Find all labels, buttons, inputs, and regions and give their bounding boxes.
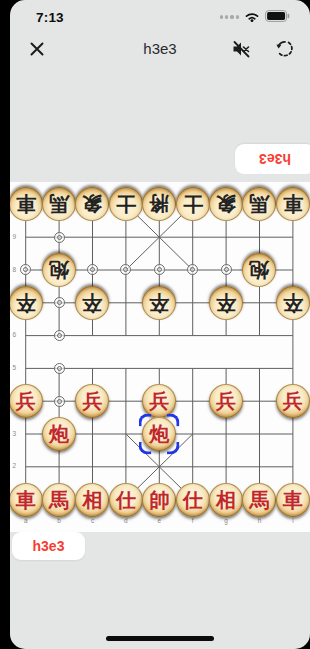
move-hint-marker-d8[interactable]	[120, 264, 131, 275]
piece-red-c1[interactable]: 相	[75, 483, 109, 517]
piece-black-f10[interactable]: 士	[176, 187, 210, 221]
move-hint-marker-b5[interactable]	[54, 363, 65, 374]
point-g9[interactable]	[209, 221, 242, 254]
board-grid: 車馬象士將士象馬車炮炮卒卒卒卒卒兵兵兵兵兵炮炮車馬相仕帥仕相馬車	[10, 188, 310, 516]
piece-black-e7[interactable]: 卒	[142, 286, 176, 320]
piece-black-g10[interactable]: 象	[209, 187, 243, 221]
piece-black-a10[interactable]: 車	[10, 187, 43, 221]
point-a6[interactable]	[10, 319, 42, 352]
point-c2[interactable]	[76, 450, 109, 483]
piece-red-i4[interactable]: 兵	[276, 384, 310, 418]
piece-black-b10[interactable]: 馬	[42, 187, 76, 221]
piece-red-e1[interactable]: 帥	[142, 483, 176, 517]
mute-button[interactable]	[230, 38, 252, 60]
piece-red-a4[interactable]: 兵	[10, 384, 43, 418]
move-hint-marker-e8[interactable]	[154, 264, 165, 275]
piece-black-b8[interactable]: 炮	[42, 253, 76, 287]
svg-text:f: f	[192, 517, 194, 524]
piece-red-c4[interactable]: 兵	[75, 384, 109, 418]
move-hint-marker-f8[interactable]	[187, 264, 198, 275]
point-d9[interactable]	[109, 221, 142, 254]
point-f4[interactable]	[176, 385, 209, 418]
piece-black-h10[interactable]: 馬	[242, 187, 276, 221]
point-b4[interactable]	[42, 385, 75, 418]
cellular-signal-icon	[220, 15, 239, 18]
point-c8[interactable]	[76, 254, 109, 287]
point-c6[interactable]	[76, 319, 109, 352]
point-e4[interactable]: 兵	[143, 385, 176, 418]
speaker-muted-icon	[230, 48, 252, 63]
point-f5[interactable]	[176, 352, 209, 385]
svg-text:c: c	[91, 517, 95, 524]
point-g7[interactable]: 卒	[209, 286, 242, 319]
point-f9[interactable]	[176, 221, 209, 254]
point-e1[interactable]: 帥	[143, 483, 176, 516]
player-move-bubble: h3e3	[12, 532, 85, 560]
point-h8[interactable]: 炮	[243, 254, 276, 287]
point-b7[interactable]	[42, 286, 75, 319]
point-h7[interactable]	[243, 286, 276, 319]
move-hint-marker-b9[interactable]	[54, 232, 65, 243]
point-f2[interactable]	[176, 450, 209, 483]
point-g4[interactable]: 兵	[209, 385, 242, 418]
point-f1[interactable]: 仕	[176, 483, 209, 516]
piece-black-d10[interactable]: 士	[109, 187, 143, 221]
move-hint-marker-g8[interactable]	[221, 264, 232, 275]
point-b3[interactable]: 炮	[42, 418, 75, 451]
piece-red-a1[interactable]: 車	[10, 483, 43, 517]
status-bar: 7:13	[10, 0, 310, 32]
point-b1[interactable]: 馬	[42, 483, 75, 516]
point-g3[interactable]	[209, 418, 242, 451]
point-e9[interactable]	[143, 221, 176, 254]
point-c3[interactable]	[76, 418, 109, 451]
point-e8[interactable]	[143, 254, 176, 287]
point-i7[interactable]: 卒	[276, 286, 309, 319]
point-i3[interactable]	[276, 418, 309, 451]
piece-black-c7[interactable]: 卒	[75, 286, 109, 320]
move-hint-marker-b6[interactable]	[54, 330, 65, 341]
point-a1[interactable]: 車	[10, 483, 42, 516]
piece-red-e4[interactable]: 兵	[142, 384, 176, 418]
piece-red-b1[interactable]: 馬	[42, 483, 76, 517]
point-h3[interactable]	[243, 418, 276, 451]
point-b6[interactable]	[42, 319, 75, 352]
point-e6[interactable]	[143, 319, 176, 352]
piece-red-h1[interactable]: 馬	[242, 483, 276, 517]
point-b10[interactable]: 馬	[42, 188, 75, 221]
point-e3[interactable]: 炮	[143, 418, 176, 451]
point-d8[interactable]	[109, 254, 142, 287]
point-a8[interactable]	[10, 254, 42, 287]
svg-text:i: i	[292, 517, 293, 524]
point-g5[interactable]	[209, 352, 242, 385]
piece-black-i10[interactable]: 車	[276, 187, 310, 221]
svg-text:a: a	[24, 517, 28, 524]
svg-text:g: g	[224, 517, 228, 525]
point-f3[interactable]	[176, 418, 209, 451]
point-i4[interactable]: 兵	[276, 385, 309, 418]
battery-icon	[265, 8, 290, 26]
point-d7[interactable]	[109, 286, 142, 319]
opponent-move-text: h3e3	[259, 151, 291, 167]
point-b5[interactable]	[42, 352, 75, 385]
piece-black-g7[interactable]: 卒	[209, 286, 243, 320]
point-e2[interactable]	[143, 450, 176, 483]
xiangqi-board[interactable]: 10987654321abcdefghi 車馬象士將士象馬車炮炮卒卒卒卒卒兵兵兵…	[10, 182, 310, 532]
point-d10[interactable]: 士	[109, 188, 142, 221]
point-d3[interactable]	[109, 418, 142, 451]
piece-red-b3[interactable]: 炮	[42, 417, 76, 451]
point-a3[interactable]	[10, 418, 42, 451]
point-d1[interactable]: 仕	[109, 483, 142, 516]
point-a9[interactable]	[10, 221, 42, 254]
point-c10[interactable]: 象	[76, 188, 109, 221]
player-move-text: h3e3	[33, 538, 65, 554]
point-h4[interactable]	[243, 385, 276, 418]
point-d5[interactable]	[109, 352, 142, 385]
point-e7[interactable]: 卒	[143, 286, 176, 319]
piece-red-g4[interactable]: 兵	[209, 384, 243, 418]
point-a7[interactable]: 卒	[10, 286, 42, 319]
point-i1[interactable]: 車	[276, 483, 309, 516]
point-i8[interactable]	[276, 254, 309, 287]
point-c1[interactable]: 相	[76, 483, 109, 516]
point-g6[interactable]	[209, 319, 242, 352]
piece-red-i1[interactable]: 車	[276, 483, 310, 517]
home-indicator[interactable]	[106, 636, 214, 641]
point-d6[interactable]	[109, 319, 142, 352]
point-c5[interactable]	[76, 352, 109, 385]
move-hint-marker-b4[interactable]	[54, 396, 65, 407]
svg-text:b: b	[57, 517, 61, 524]
point-i2[interactable]	[276, 450, 309, 483]
point-e5[interactable]	[143, 352, 176, 385]
point-h2[interactable]	[243, 450, 276, 483]
point-b9[interactable]	[42, 221, 75, 254]
svg-text:d: d	[124, 517, 128, 524]
svg-text:e: e	[157, 517, 161, 524]
piece-black-c10[interactable]: 象	[75, 187, 109, 221]
point-f10[interactable]: 士	[176, 188, 209, 221]
point-a4[interactable]: 兵	[10, 385, 42, 418]
point-i10[interactable]: 車	[276, 188, 309, 221]
point-c4[interactable]: 兵	[76, 385, 109, 418]
move-hint-marker-c8[interactable]	[87, 264, 98, 275]
move-hint-marker-b7[interactable]	[54, 297, 65, 308]
point-a2[interactable]	[10, 450, 42, 483]
point-f8[interactable]	[176, 254, 209, 287]
point-i6[interactable]	[276, 319, 309, 352]
app-screen: 7:13 h	[10, 0, 310, 649]
svg-text:h: h	[258, 517, 262, 524]
point-f6[interactable]	[176, 319, 209, 352]
point-h9[interactable]	[243, 221, 276, 254]
point-i9[interactable]	[276, 221, 309, 254]
point-e10[interactable]: 將	[143, 188, 176, 221]
point-d2[interactable]	[109, 450, 142, 483]
nav-bar: h3e3	[10, 32, 310, 68]
piece-red-g1[interactable]: 相	[209, 483, 243, 517]
wifi-icon	[244, 8, 260, 26]
point-i5[interactable]	[276, 352, 309, 385]
point-a10[interactable]: 車	[10, 188, 42, 221]
piece-black-h8[interactable]: 炮	[242, 253, 276, 287]
piece-black-e10[interactable]: 將	[142, 187, 176, 221]
restart-button[interactable]	[274, 38, 296, 60]
point-h10[interactable]: 馬	[243, 188, 276, 221]
point-h5[interactable]	[243, 352, 276, 385]
point-g1[interactable]: 相	[209, 483, 242, 516]
point-g8[interactable]	[209, 254, 242, 287]
point-c9[interactable]	[76, 221, 109, 254]
piece-black-a7[interactable]: 卒	[10, 286, 43, 320]
piece-black-i7[interactable]: 卒	[276, 286, 310, 320]
move-hint-marker-a8[interactable]	[20, 264, 31, 275]
point-c7[interactable]: 卒	[76, 286, 109, 319]
point-b2[interactable]	[42, 450, 75, 483]
clock: 7:13	[36, 10, 64, 25]
point-h1[interactable]: 馬	[243, 483, 276, 516]
opponent-move-bubble: h3e3	[235, 144, 310, 174]
point-g10[interactable]: 象	[209, 188, 242, 221]
point-d4[interactable]	[109, 385, 142, 418]
point-h6[interactable]	[243, 319, 276, 352]
piece-red-f1[interactable]: 仕	[176, 483, 210, 517]
point-a5[interactable]	[10, 352, 42, 385]
point-b8[interactable]: 炮	[42, 254, 75, 287]
point-g2[interactable]	[209, 450, 242, 483]
restart-circular-arrow-icon	[274, 48, 296, 63]
piece-red-d1[interactable]: 仕	[109, 483, 143, 517]
point-f7[interactable]	[176, 286, 209, 319]
piece-red-e3[interactable]: 炮	[142, 417, 176, 451]
